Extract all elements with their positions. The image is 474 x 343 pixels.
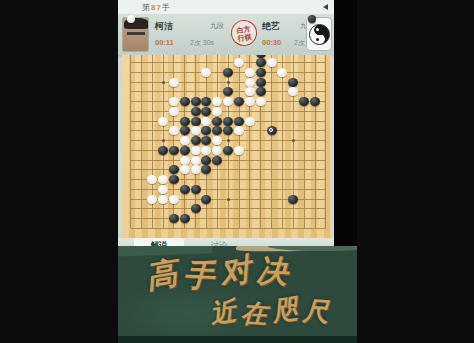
black-stone [191, 185, 201, 194]
go-app-screen: 第87手 柯洁 九段 00:11 2次 30s 白方 行棋 绝艺 九段 [118, 0, 334, 252]
black-stone [256, 55, 266, 58]
white-stone [234, 58, 244, 67]
white-stone [212, 97, 222, 106]
grid-line-v [315, 55, 316, 228]
white-stone [169, 195, 179, 204]
black-stone [201, 165, 211, 174]
black-stone [299, 97, 309, 106]
black-stone [180, 117, 190, 126]
white-stone [245, 87, 255, 96]
grid-line-h [131, 218, 326, 219]
calligraphy-char: 对 [216, 247, 260, 295]
black-stone [267, 126, 277, 135]
black-stone [256, 68, 266, 77]
white-stone [223, 97, 233, 106]
yin-yang-dot-white [316, 28, 319, 31]
grid-line-h [131, 160, 326, 161]
white-stone [180, 165, 190, 174]
yin-yang-icon [309, 24, 330, 45]
white-stone [256, 97, 266, 106]
black-stone [212, 117, 222, 126]
yin-yang-dot-black [316, 38, 319, 41]
left-player-name: 柯洁 [155, 20, 173, 33]
black-stone [201, 107, 211, 116]
promo-banner: 高手对决 近在咫尺 [118, 246, 357, 343]
white-stone [158, 175, 168, 184]
white-stone [147, 175, 157, 184]
white-stone [234, 126, 244, 135]
white-stone [212, 107, 222, 116]
black-stone [169, 175, 179, 184]
black-stone [169, 165, 179, 174]
black-stone [191, 117, 201, 126]
black-stone [310, 97, 320, 106]
black-stone [256, 87, 266, 96]
white-stone [191, 156, 201, 165]
white-stone [191, 165, 201, 174]
left-player-byoyomi: 2次 30s [190, 38, 214, 48]
white-stone [158, 195, 168, 204]
seal-line2: 行棋 [232, 32, 257, 43]
black-stone [223, 87, 233, 96]
grid-line-v [304, 55, 305, 228]
black-stone [201, 156, 211, 165]
white-stone [169, 126, 179, 135]
white-stone [201, 146, 211, 155]
white-stone [212, 136, 222, 145]
grid-line-v [271, 55, 272, 228]
white-stone [201, 68, 211, 77]
star-point [292, 139, 295, 142]
white-stone [169, 97, 179, 106]
move-counter: 第87手 [142, 2, 171, 13]
black-stone-badge [308, 15, 316, 23]
white-stone [245, 117, 255, 126]
right-player-name: 绝艺 [262, 20, 280, 33]
black-stone [288, 78, 298, 87]
white-stone [158, 185, 168, 194]
white-stone-badge [127, 15, 135, 23]
star-point [227, 198, 230, 201]
avatar-glasses [127, 32, 145, 36]
white-stone [147, 195, 157, 204]
black-stone [256, 58, 266, 67]
right-player-time: 00:30 [262, 38, 281, 47]
black-stone [223, 146, 233, 155]
white-stone [212, 146, 222, 155]
white-stone [191, 146, 201, 155]
grid-line-v [325, 55, 326, 228]
white-stone [245, 97, 255, 106]
left-player-time: 00:11 [155, 38, 174, 47]
screenshot-stage: 第87手 柯洁 九段 00:11 2次 30s 白方 行棋 绝艺 九段 [0, 0, 474, 343]
white-stone [288, 87, 298, 96]
black-stone [234, 97, 244, 106]
white-stone [180, 136, 190, 145]
grid-line-h [131, 208, 326, 209]
calligraphy-char: 咫 [269, 290, 305, 329]
move-prefix: 第 [142, 3, 151, 12]
video-frame: 第87手 柯洁 九段 00:11 2次 30s 白方 行棋 绝艺 九段 [118, 0, 357, 343]
white-stone [267, 58, 277, 67]
black-stone [180, 214, 190, 223]
white-stone [158, 117, 168, 126]
last-move-marker [269, 128, 273, 132]
calligraphy-char: 近 [207, 292, 243, 331]
grid-line-h [131, 228, 326, 229]
white-stone [245, 78, 255, 87]
black-stone [223, 117, 233, 126]
white-stone [169, 107, 179, 116]
black-stone [234, 117, 244, 126]
grid-line-v [239, 55, 240, 228]
black-stone [169, 214, 179, 223]
black-stone [191, 136, 201, 145]
black-stone [256, 78, 266, 87]
grid-line-h [131, 169, 326, 170]
black-stone [180, 126, 190, 135]
black-stone [201, 195, 211, 204]
black-stone [169, 146, 179, 155]
black-stone [212, 126, 222, 135]
white-stone [201, 117, 211, 126]
black-stone [180, 146, 190, 155]
star-point [162, 81, 165, 84]
players-header: 柯洁 九段 00:11 2次 30s 白方 行棋 绝艺 九段 00:30 2次 … [118, 14, 334, 55]
rewind-triangle-icon[interactable] [323, 4, 328, 10]
banner-title-line2: 近在咫尺 [209, 292, 334, 331]
left-player-rank: 九段 [210, 21, 224, 31]
star-point [227, 81, 230, 84]
white-stone [245, 68, 255, 77]
white-stone [234, 146, 244, 155]
banner-bottom-strip [118, 336, 357, 343]
black-stone [191, 204, 201, 213]
black-stone [201, 97, 211, 106]
move-number: 87 [151, 3, 162, 12]
calligraphy-char: 尺 [302, 293, 335, 330]
black-stone [191, 97, 201, 106]
black-stone [201, 126, 211, 135]
move-suffix: 手 [162, 3, 171, 12]
turn-indicator-seal: 白方 行棋 [229, 18, 258, 47]
black-stone [212, 156, 222, 165]
black-stone [201, 136, 211, 145]
black-stone [288, 195, 298, 204]
black-stone [158, 146, 168, 155]
calligraphy-char: 在 [240, 295, 273, 332]
star-point [227, 139, 230, 142]
calligraphy-char: 手 [182, 254, 221, 298]
grid-line-v [282, 55, 283, 228]
black-stone [180, 97, 190, 106]
left-player-avatar [122, 17, 149, 52]
calligraphy-char: 决 [256, 250, 295, 294]
star-point [162, 139, 165, 142]
black-stone [223, 68, 233, 77]
black-stone [191, 107, 201, 116]
go-board[interactable] [122, 55, 332, 238]
black-stone [223, 126, 233, 135]
black-stone [180, 185, 190, 194]
app-status-bar: 第87手 [118, 0, 334, 14]
calligraphy-char: 高 [143, 251, 187, 299]
white-stone [277, 68, 287, 77]
white-stone [169, 78, 179, 87]
white-stone [180, 156, 190, 165]
banner-title-line1: 高手对决 [145, 248, 295, 298]
white-stone [191, 126, 201, 135]
